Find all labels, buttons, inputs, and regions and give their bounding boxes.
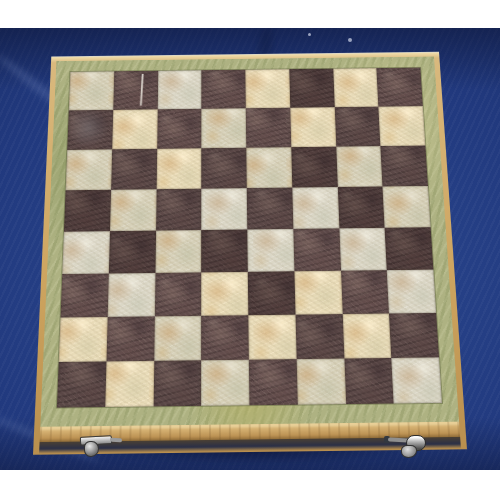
square-h8 (377, 68, 423, 107)
stone-gray-patch (67, 110, 113, 150)
square-g5 (337, 186, 384, 228)
square-d6 (201, 148, 246, 189)
square-f5 (292, 187, 339, 229)
square-f2 (295, 314, 344, 359)
square-d2 (201, 315, 249, 360)
square-d5 (201, 188, 247, 230)
square-g8 (333, 68, 379, 107)
square-e1 (249, 359, 298, 405)
square-c3 (154, 272, 201, 316)
square-g6 (336, 146, 383, 187)
square-e8 (245, 69, 290, 108)
latch-clasp-right (384, 430, 442, 464)
square-b3 (107, 273, 155, 317)
square-b8 (113, 71, 158, 110)
square-d4 (201, 229, 247, 272)
clasp-tail (110, 438, 122, 443)
square-c7 (157, 109, 202, 149)
square-f7 (290, 107, 336, 147)
square-g7 (334, 107, 380, 147)
square-c6 (156, 148, 201, 189)
square-a3 (60, 274, 108, 318)
white-strip-top (0, 0, 500, 28)
square-d7 (202, 108, 247, 148)
square-b7 (112, 109, 157, 149)
chess-board-grid (57, 68, 442, 408)
square-a6 (66, 149, 112, 190)
square-g2 (342, 314, 391, 359)
square-e4 (247, 229, 294, 272)
square-a4 (62, 231, 110, 274)
latch-clasp-left (70, 430, 124, 460)
square-c5 (156, 189, 202, 231)
square-g3 (341, 270, 390, 314)
square-c8 (157, 70, 201, 109)
square-a1 (57, 361, 106, 407)
square-a2 (59, 317, 108, 362)
square-h3 (387, 270, 436, 314)
square-b6 (111, 149, 157, 190)
chess-box (33, 53, 467, 455)
square-h2 (389, 313, 439, 358)
clasp-hook (84, 441, 99, 457)
square-h6 (381, 146, 428, 187)
square-f4 (293, 228, 340, 271)
square-d3 (201, 272, 248, 316)
square-e5 (247, 188, 293, 230)
square-b4 (109, 231, 156, 274)
square-a7 (67, 110, 113, 150)
square-e2 (248, 315, 296, 360)
square-a5 (64, 190, 111, 232)
square-g4 (339, 228, 387, 271)
square-g1 (344, 358, 394, 404)
product-photo (0, 0, 500, 500)
square-h7 (379, 106, 426, 146)
square-f8 (289, 69, 334, 108)
square-d1 (201, 360, 249, 406)
square-c4 (155, 230, 201, 273)
square-f1 (296, 359, 345, 405)
square-a8 (69, 71, 114, 110)
square-e6 (246, 147, 292, 188)
square-f3 (294, 271, 342, 315)
square-b1 (105, 361, 154, 407)
square-e3 (248, 271, 295, 315)
square-h1 (391, 357, 441, 403)
square-c1 (153, 360, 201, 406)
square-b5 (110, 189, 156, 231)
square-d8 (202, 70, 246, 109)
lint-speck (308, 33, 311, 36)
marble-frame (40, 57, 459, 427)
stone-scratch (140, 74, 144, 106)
lint-speck (348, 38, 352, 42)
square-h4 (385, 227, 434, 270)
square-f6 (291, 147, 337, 188)
square-b2 (106, 316, 154, 361)
square-h5 (383, 186, 431, 228)
clasp-hook (401, 445, 417, 458)
square-c2 (154, 316, 202, 361)
photo-area (0, 28, 500, 470)
white-strip-bottom (0, 470, 500, 500)
square-e7 (246, 108, 291, 148)
